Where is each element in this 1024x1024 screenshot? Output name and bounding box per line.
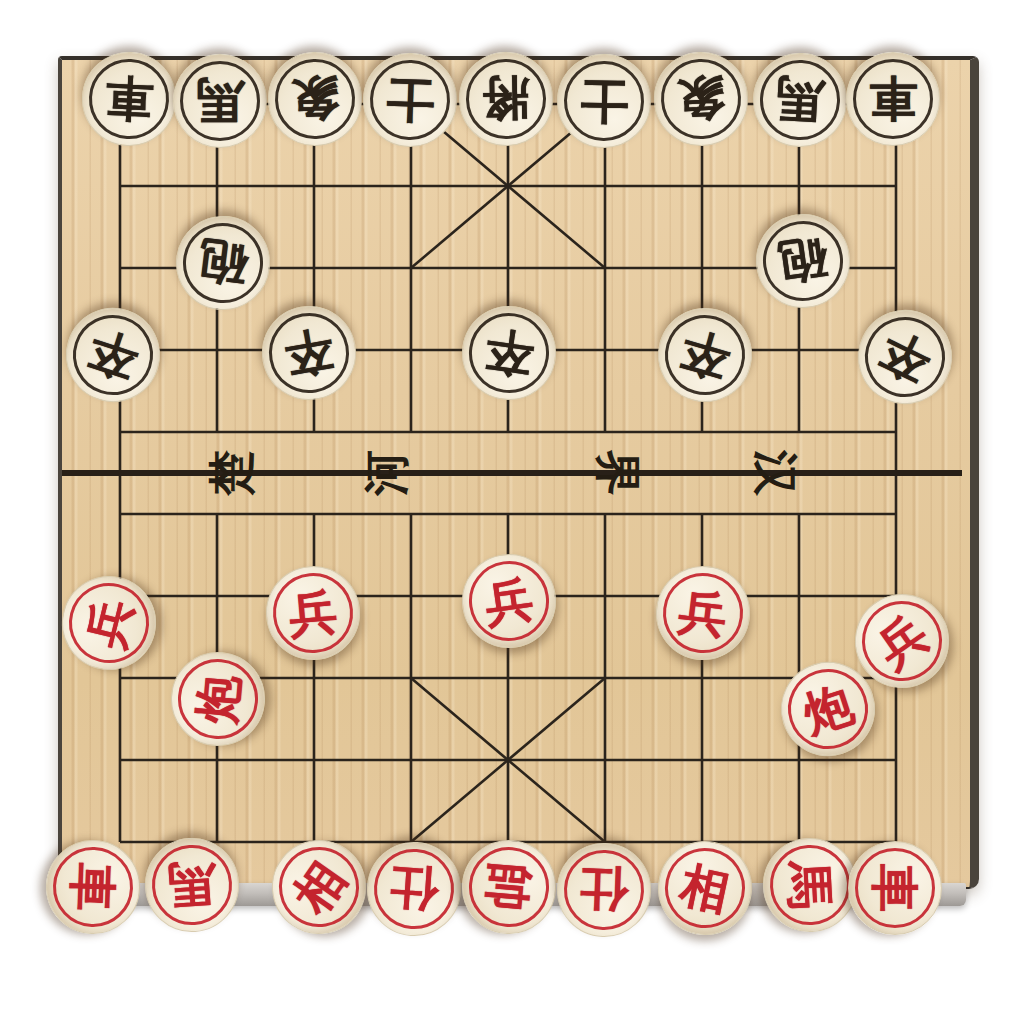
- board-intersection[interactable]: 車: [847, 63, 944, 145]
- board-intersection[interactable]: [556, 637, 653, 719]
- board-intersection[interactable]: 將: [459, 63, 556, 145]
- black-chariot-glyph: 車: [869, 75, 917, 123]
- board-intersection[interactable]: [750, 391, 847, 473]
- board-intersection[interactable]: 馬: [750, 801, 847, 883]
- piece-black-elephant[interactable]: 象: [266, 50, 363, 147]
- board-intersection[interactable]: [168, 391, 265, 473]
- red-soldier-glyph: 兵: [676, 586, 729, 639]
- board-intersection[interactable]: [653, 227, 750, 309]
- piece-red-elephant[interactable]: 相: [649, 832, 760, 943]
- piece-black-horse[interactable]: 馬: [750, 51, 849, 150]
- black-horse-glyph: 馬: [196, 77, 244, 125]
- board-intersection[interactable]: [750, 719, 847, 801]
- red-elephant-glyph: 相: [676, 860, 733, 917]
- board-intersection[interactable]: 象: [265, 63, 362, 145]
- board-intersection[interactable]: [265, 719, 362, 801]
- board-intersection[interactable]: [168, 473, 265, 555]
- board-intersection[interactable]: [71, 473, 168, 555]
- piece-black-horse[interactable]: 馬: [173, 54, 267, 148]
- board-intersection[interactable]: [653, 473, 750, 555]
- board-intersection[interactable]: [653, 719, 750, 801]
- board-intersection[interactable]: 砲: [750, 227, 847, 309]
- board-intersection[interactable]: [265, 391, 362, 473]
- board-intersection[interactable]: 炮: [750, 637, 847, 719]
- board-intersection[interactable]: [71, 227, 168, 309]
- black-advisor-glyph: 士: [579, 77, 628, 126]
- board-intersection[interactable]: [362, 391, 459, 473]
- board-intersection[interactable]: 仕: [362, 801, 459, 883]
- board-intersection[interactable]: 卒: [847, 309, 944, 391]
- board-intersection[interactable]: [362, 637, 459, 719]
- red-soldier-glyph: 兵: [481, 574, 535, 628]
- piece-red-chariot[interactable]: 車: [848, 841, 942, 935]
- board-intersection[interactable]: 車: [847, 801, 944, 883]
- board-intersection[interactable]: 馬: [750, 63, 847, 145]
- red-elephant-glyph: 相: [285, 854, 352, 921]
- board-intersection[interactable]: [847, 637, 944, 719]
- piece-black-chariot[interactable]: 車: [79, 50, 178, 149]
- board-intersection[interactable]: 兵: [265, 555, 362, 637]
- black-soldier-glyph: 卒: [675, 325, 734, 384]
- black-advisor-glyph: 士: [385, 75, 435, 125]
- board-intersection[interactable]: [168, 309, 265, 391]
- board-intersection[interactable]: [362, 309, 459, 391]
- board-intersection[interactable]: 砲: [168, 227, 265, 309]
- board-intersection[interactable]: 士: [362, 63, 459, 145]
- black-soldier-glyph: 卒: [481, 326, 535, 380]
- black-cannon-glyph: 砲: [196, 236, 249, 289]
- red-horse-glyph: 馬: [166, 859, 217, 910]
- board-intersection[interactable]: [362, 145, 459, 227]
- black-general-glyph: 將: [481, 75, 530, 124]
- piece-black-chariot[interactable]: 車: [846, 52, 940, 146]
- black-horse-glyph: 馬: [774, 75, 824, 125]
- board-intersection[interactable]: 仕: [556, 801, 653, 883]
- board-intersection[interactable]: [847, 145, 944, 227]
- board-intersection[interactable]: 兵: [71, 555, 168, 637]
- board-intersection[interactable]: 兵: [653, 555, 750, 637]
- board-intersection[interactable]: [71, 637, 168, 719]
- board-intersection[interactable]: [362, 227, 459, 309]
- red-cannon-glyph: 炮: [191, 673, 243, 725]
- board-intersection[interactable]: 卒: [71, 309, 168, 391]
- board-intersection[interactable]: [556, 309, 653, 391]
- board-intersection[interactable]: [265, 637, 362, 719]
- board-intersection[interactable]: [459, 227, 556, 309]
- board-intersection[interactable]: [750, 555, 847, 637]
- piece-black-general[interactable]: 將: [458, 51, 554, 147]
- board-intersection[interactable]: [459, 145, 556, 227]
- board-intersection[interactable]: [71, 391, 168, 473]
- piece-red-general[interactable]: 帥: [458, 836, 560, 938]
- board-intersection[interactable]: 卒: [653, 309, 750, 391]
- piece-black-advisor[interactable]: 士: [556, 53, 652, 149]
- board-intersection[interactable]: [556, 391, 653, 473]
- board-intersection[interactable]: [556, 473, 653, 555]
- red-advisor-glyph: 仕: [579, 865, 629, 915]
- board-intersection[interactable]: [653, 145, 750, 227]
- board-intersection[interactable]: [71, 719, 168, 801]
- board-intersection[interactable]: [653, 637, 750, 719]
- board-intersection[interactable]: [265, 473, 362, 555]
- board-intersection[interactable]: [168, 719, 265, 801]
- board-intersection[interactable]: 兵: [459, 555, 556, 637]
- piece-black-advisor[interactable]: 士: [361, 51, 458, 148]
- board-intersection[interactable]: 炮: [168, 637, 265, 719]
- board-intersection[interactable]: 兵: [847, 555, 944, 637]
- board-intersection[interactable]: [750, 473, 847, 555]
- board-intersection[interactable]: 帥: [459, 801, 556, 883]
- black-soldier-glyph: 卒: [82, 325, 142, 385]
- black-cannon-glyph: 砲: [775, 234, 829, 288]
- black-soldier-glyph: 卒: [872, 325, 936, 389]
- board-intersection[interactable]: 卒: [459, 309, 556, 391]
- board-intersection[interactable]: [71, 145, 168, 227]
- piece-black-cannon[interactable]: 砲: [170, 211, 275, 316]
- board-intersection[interactable]: [556, 145, 653, 227]
- board-intersection[interactable]: 車: [71, 63, 168, 145]
- board-intersection[interactable]: [362, 719, 459, 801]
- board-intersection[interactable]: [168, 555, 265, 637]
- black-soldier-glyph: 卒: [281, 325, 337, 381]
- board-intersection[interactable]: [459, 473, 556, 555]
- board-intersection[interactable]: 馬: [168, 63, 265, 145]
- board-intersection[interactable]: [265, 145, 362, 227]
- board-intersection[interactable]: [362, 473, 459, 555]
- board-intersection[interactable]: [847, 227, 944, 309]
- board-intersection[interactable]: 卒: [265, 309, 362, 391]
- board-intersection[interactable]: 馬: [168, 801, 265, 883]
- board-intersection[interactable]: [168, 145, 265, 227]
- board-intersection[interactable]: 相: [653, 801, 750, 883]
- red-horse-glyph: 馬: [784, 860, 834, 910]
- board-intersection[interactable]: [459, 719, 556, 801]
- board-intersection[interactable]: [847, 391, 944, 473]
- red-chariot-glyph: 車: [68, 862, 118, 912]
- black-elephant-glyph: 象: [290, 74, 340, 124]
- red-general-glyph: 帥: [482, 861, 534, 913]
- red-advisor-glyph: 仕: [388, 863, 439, 914]
- red-chariot-glyph: 車: [871, 864, 919, 912]
- piece-red-horse[interactable]: 馬: [760, 836, 859, 935]
- board-intersection[interactable]: [459, 391, 556, 473]
- board-intersection[interactable]: [556, 227, 653, 309]
- xiangqi-set-photo: 楚河界汉 車馬象士將士象馬車砲砲卒卒卒卒卒兵兵兵兵兵炮炮車馬相仕帥仕相馬車: [0, 0, 1024, 1024]
- board-intersection[interactable]: [556, 719, 653, 801]
- piece-red-advisor[interactable]: 仕: [555, 841, 652, 938]
- piece-black-elephant[interactable]: 象: [651, 50, 750, 149]
- board-intersection[interactable]: [653, 391, 750, 473]
- board-intersection[interactable]: [556, 555, 653, 637]
- board-intersection[interactable]: [750, 309, 847, 391]
- black-chariot-glyph: 車: [103, 74, 153, 124]
- red-soldier-glyph: 兵: [286, 587, 338, 639]
- board-intersection[interactable]: [459, 637, 556, 719]
- board-intersection[interactable]: [847, 473, 944, 555]
- board-intersection[interactable]: 士: [556, 63, 653, 145]
- board-intersection[interactable]: 相: [265, 801, 362, 883]
- board-intersection[interactable]: [265, 227, 362, 309]
- piece-red-advisor[interactable]: 仕: [363, 839, 463, 939]
- board-intersection[interactable]: [362, 555, 459, 637]
- board-intersection[interactable]: 象: [653, 63, 750, 145]
- board-intersection-grid: 車馬象士將士象馬車砲砲卒卒卒卒卒兵兵兵兵兵炮炮車馬相仕帥仕相馬車: [71, 63, 944, 883]
- black-elephant-glyph: 象: [675, 74, 725, 124]
- board-intersection[interactable]: [847, 719, 944, 801]
